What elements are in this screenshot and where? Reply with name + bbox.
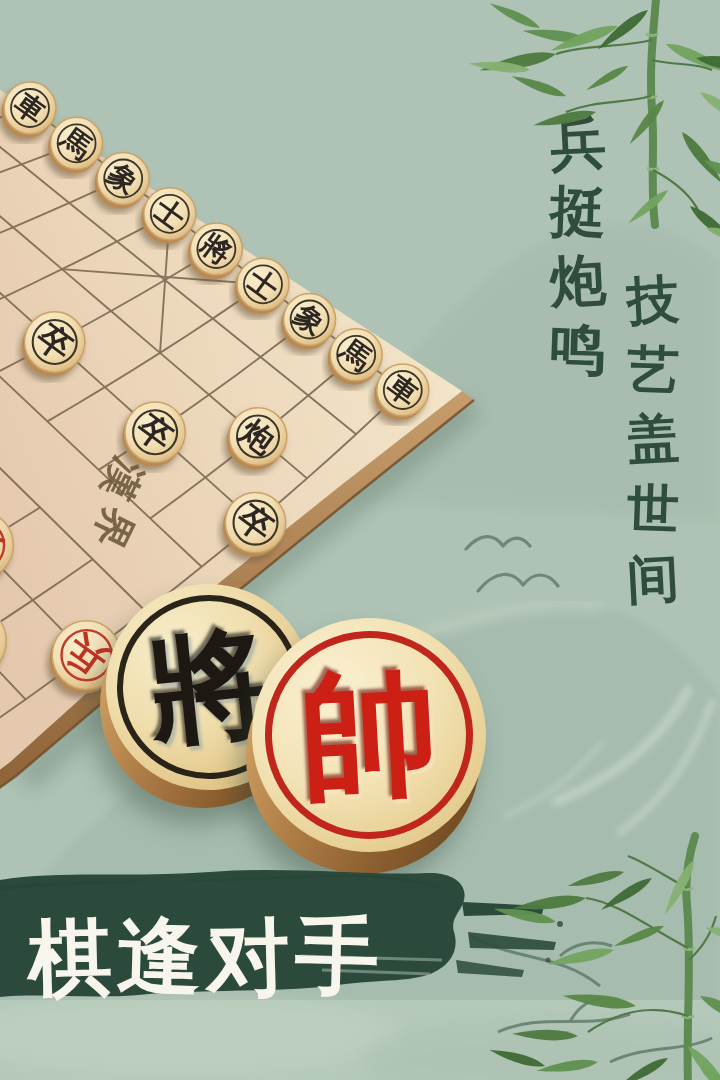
svg-text:卒: 卒: [229, 496, 281, 549]
piece-車: 車: [374, 364, 429, 420]
piece-士: 士: [235, 258, 290, 314]
calligraphy-char: 对: [205, 901, 297, 1017]
title-banner: 棋逢对手: [0, 860, 720, 1080]
piece-車: 車: [2, 82, 57, 138]
calligraphy-column-1: 兵挺炮鸣: [544, 110, 612, 383]
piece-卒: 卒: [22, 312, 85, 376]
piece-馬: 馬: [328, 329, 383, 385]
svg-text:界: 界: [84, 499, 143, 556]
calligraphy-char: 棋: [27, 901, 119, 1017]
svg-text:馬: 馬: [334, 332, 378, 377]
svg-text:士: 士: [147, 191, 191, 236]
calligraphy-char: 世: [619, 474, 687, 546]
svg-text:士: 士: [240, 261, 284, 306]
svg-text:車: 車: [380, 367, 424, 412]
piece-炮: 炮: [227, 408, 287, 470]
piece-兵: 兵: [0, 511, 13, 584]
piece-象: 象: [95, 153, 150, 209]
svg-text:將: 將: [194, 226, 238, 271]
piece-卒: 卒: [122, 402, 185, 466]
calligraphy-char: 兵: [542, 108, 613, 180]
svg-text:車: 車: [7, 85, 51, 130]
hero-marshal-red: 帥: [252, 618, 492, 882]
piece-將: 將: [188, 223, 243, 279]
svg-text:炮: 炮: [0, 610, 1, 672]
svg-text:象: 象: [101, 156, 145, 201]
svg-text:馬: 馬: [54, 120, 98, 165]
birds-icon: [466, 537, 558, 591]
brush-streaks: [456, 902, 563, 977]
stream-strokes: [506, 690, 712, 832]
banner-title: 棋逢对手: [28, 900, 384, 1014]
river-label: 漢 界 楚河: [0, 285, 153, 556]
calligraphy-column-2: 技艺盖世间: [620, 266, 686, 614]
calligraphy-char: 手: [294, 899, 386, 1015]
calligraphy-char: 炮: [542, 245, 613, 317]
calligraphy-char: 逢: [116, 899, 208, 1015]
piece-象: 象: [281, 294, 336, 350]
piece-馬: 馬: [48, 117, 103, 173]
svg-text:象: 象: [287, 297, 331, 342]
svg-text:炮: 炮: [233, 411, 283, 462]
svg-text:卒: 卒: [28, 315, 80, 368]
piece-卒: 卒: [223, 492, 286, 556]
calligraphy-char: 挺: [543, 177, 613, 248]
calligraphy-char: 盖: [618, 404, 688, 477]
piece-ring: [260, 626, 479, 845]
calligraphy-char: 鸣: [543, 314, 613, 385]
poster: 漢 界 楚河 車 馬 象 士 將: [0, 0, 720, 1080]
svg-text:兵: 兵: [0, 515, 9, 575]
calligraphy-char: 间: [618, 543, 688, 616]
calligraphy-char: 艺: [619, 335, 687, 407]
piece-炮: 炮: [0, 605, 6, 681]
calligraphy-char: 技: [618, 264, 688, 337]
svg-text:漢: 漢: [93, 450, 152, 507]
svg-text:卒: 卒: [129, 406, 181, 459]
piece-士: 士: [141, 188, 196, 244]
